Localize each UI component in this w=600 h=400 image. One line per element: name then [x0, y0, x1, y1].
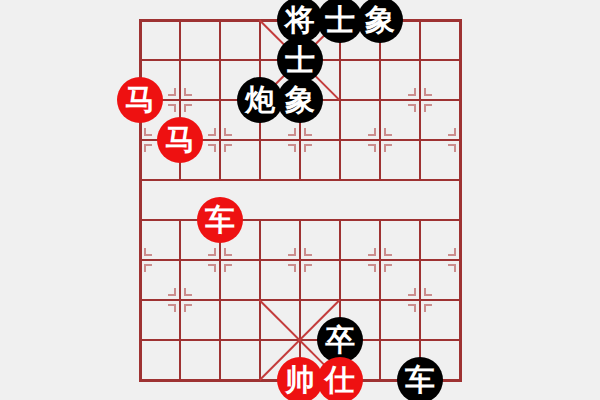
grid-line — [179, 219, 181, 381]
position-marker — [304, 264, 312, 272]
position-marker — [168, 304, 176, 312]
position-marker — [288, 248, 296, 256]
position-marker — [304, 248, 312, 256]
position-marker — [448, 128, 456, 136]
position-marker — [408, 88, 416, 96]
position-marker — [144, 128, 152, 136]
piece-black-elephant[interactable]: 象 — [357, 0, 403, 43]
position-marker — [448, 264, 456, 272]
position-marker — [368, 128, 376, 136]
piece-red-chariot[interactable]: 车 — [197, 197, 243, 243]
position-marker — [408, 104, 416, 112]
piece-red-horse[interactable]: 马 — [117, 77, 163, 123]
position-marker — [304, 144, 312, 152]
position-marker — [144, 264, 152, 272]
position-marker — [384, 144, 392, 152]
position-marker — [384, 264, 392, 272]
piece-black-elephant[interactable]: 象 — [277, 77, 323, 123]
position-marker — [168, 288, 176, 296]
position-marker — [288, 144, 296, 152]
position-marker — [384, 248, 392, 256]
grid-line — [139, 19, 142, 382]
position-marker — [224, 144, 232, 152]
position-marker — [368, 264, 376, 272]
position-marker — [424, 304, 432, 312]
position-marker — [208, 248, 216, 256]
position-marker — [144, 144, 152, 152]
position-marker — [408, 304, 416, 312]
position-marker — [424, 104, 432, 112]
grid-line — [379, 19, 381, 181]
position-marker — [208, 264, 216, 272]
position-marker — [208, 128, 216, 136]
position-marker — [304, 128, 312, 136]
position-marker — [448, 144, 456, 152]
grid-line — [459, 19, 462, 382]
grid-line — [419, 19, 421, 181]
grid-line — [219, 219, 221, 381]
position-marker — [448, 248, 456, 256]
position-marker — [184, 104, 192, 112]
position-marker — [368, 144, 376, 152]
piece-red-horse[interactable]: 马 — [157, 117, 203, 163]
position-marker — [168, 104, 176, 112]
position-marker — [184, 304, 192, 312]
position-marker — [224, 248, 232, 256]
position-marker — [288, 264, 296, 272]
piece-black-chariot[interactable]: 车 — [397, 357, 443, 400]
position-marker — [144, 248, 152, 256]
position-marker — [184, 288, 192, 296]
grid-line — [219, 19, 221, 181]
position-marker — [184, 88, 192, 96]
position-marker — [288, 128, 296, 136]
position-marker — [408, 288, 416, 296]
piece-red-advisor[interactable]: 仕 — [317, 357, 363, 400]
xiangqi-diagram: 将士象士马炮象马车卒帅仕车 — [0, 0, 600, 400]
position-marker — [424, 88, 432, 96]
position-marker — [224, 128, 232, 136]
position-marker — [368, 248, 376, 256]
grid-line — [379, 219, 381, 381]
position-marker — [168, 88, 176, 96]
position-marker — [424, 288, 432, 296]
position-marker — [384, 128, 392, 136]
position-marker — [224, 264, 232, 272]
position-marker — [208, 144, 216, 152]
